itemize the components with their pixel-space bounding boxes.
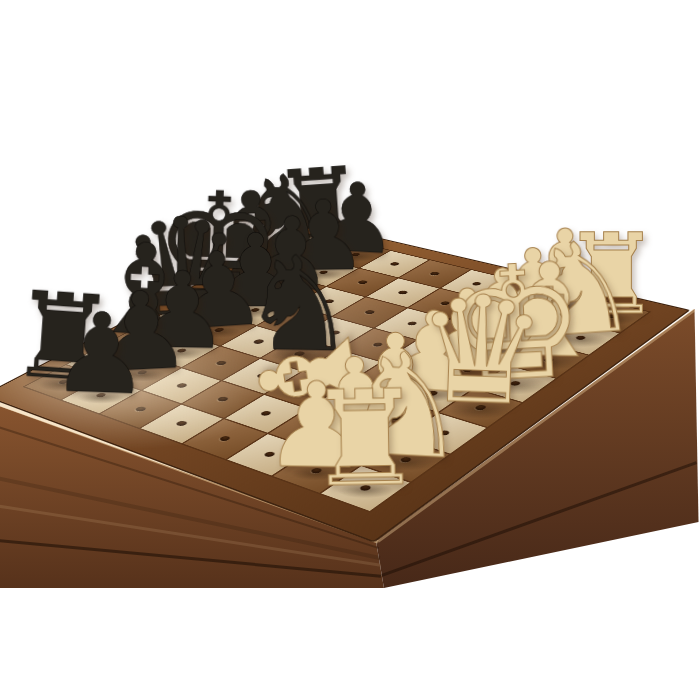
peg-hole [350, 252, 361, 256]
peg-hole [255, 373, 268, 379]
peg-hole [176, 316, 188, 321]
peg-hole [262, 451, 276, 458]
peg-hole [281, 261, 292, 265]
peg-hole [513, 292, 525, 297]
peg-hole [313, 243, 324, 247]
peg-hole [323, 299, 335, 304]
peg-hole [175, 383, 188, 389]
peg-hole [461, 367, 474, 373]
peg-hole [289, 318, 301, 323]
peg-hole [527, 323, 540, 328]
peg-hole [380, 377, 393, 383]
peg-hole [318, 270, 330, 275]
peg-hole [57, 379, 70, 385]
peg-hole [449, 332, 462, 337]
peg-hole [495, 344, 508, 350]
peg-hole [98, 357, 111, 363]
peg-hole [574, 335, 587, 341]
peg-hole [250, 307, 262, 312]
peg-hole [175, 420, 189, 426]
peg-hole [426, 390, 440, 396]
peg-hole [389, 262, 401, 266]
peg-hole [94, 392, 107, 398]
peg-hole [350, 440, 364, 447]
peg-hole [247, 278, 259, 283]
peg-hole [134, 406, 147, 412]
peg-hole [388, 415, 402, 422]
peg-hole [406, 321, 419, 326]
peg-hole [298, 386, 311, 392]
peg-hole [252, 339, 265, 344]
peg-hole [357, 280, 369, 285]
peg-hole [214, 360, 227, 366]
peg-hole [542, 357, 555, 363]
peg-hole [216, 396, 229, 402]
peg-hole [136, 370, 149, 376]
peg-hole [474, 404, 488, 410]
chess-photo-stage: ♜♟♞♟♝♟♚♟♟♜♛♟♟♞♝♟♟♞♝♟♟♜♚♝♟♟♛♟♟♞♟♜ [0, 0, 700, 700]
peg-hole [509, 380, 523, 386]
peg-hole [437, 430, 451, 437]
peg-hole [303, 425, 317, 432]
peg-hole [397, 290, 409, 295]
peg-hole [309, 467, 324, 474]
peg-hole [358, 484, 373, 492]
peg-hole [284, 288, 296, 293]
peg-hole [212, 297, 224, 302]
peg-hole [605, 314, 618, 319]
peg-hole [558, 303, 570, 308]
peg-hole [398, 456, 413, 463]
peg-hole [429, 271, 441, 276]
peg-hole [335, 363, 348, 369]
peg-hole [138, 336, 150, 341]
peg-hole [470, 281, 482, 286]
peg-hole [259, 410, 273, 416]
peg-hole [329, 330, 342, 335]
peg-hole [217, 435, 231, 442]
peg-hole [175, 348, 188, 353]
peg-hole [364, 310, 376, 315]
peg-hole [293, 351, 306, 357]
peg-hole [371, 342, 384, 348]
peg-hole [342, 400, 356, 406]
peg-hole [482, 312, 494, 317]
peg-hole [213, 327, 225, 332]
peg-hole [415, 354, 428, 360]
peg-hole [439, 301, 451, 306]
